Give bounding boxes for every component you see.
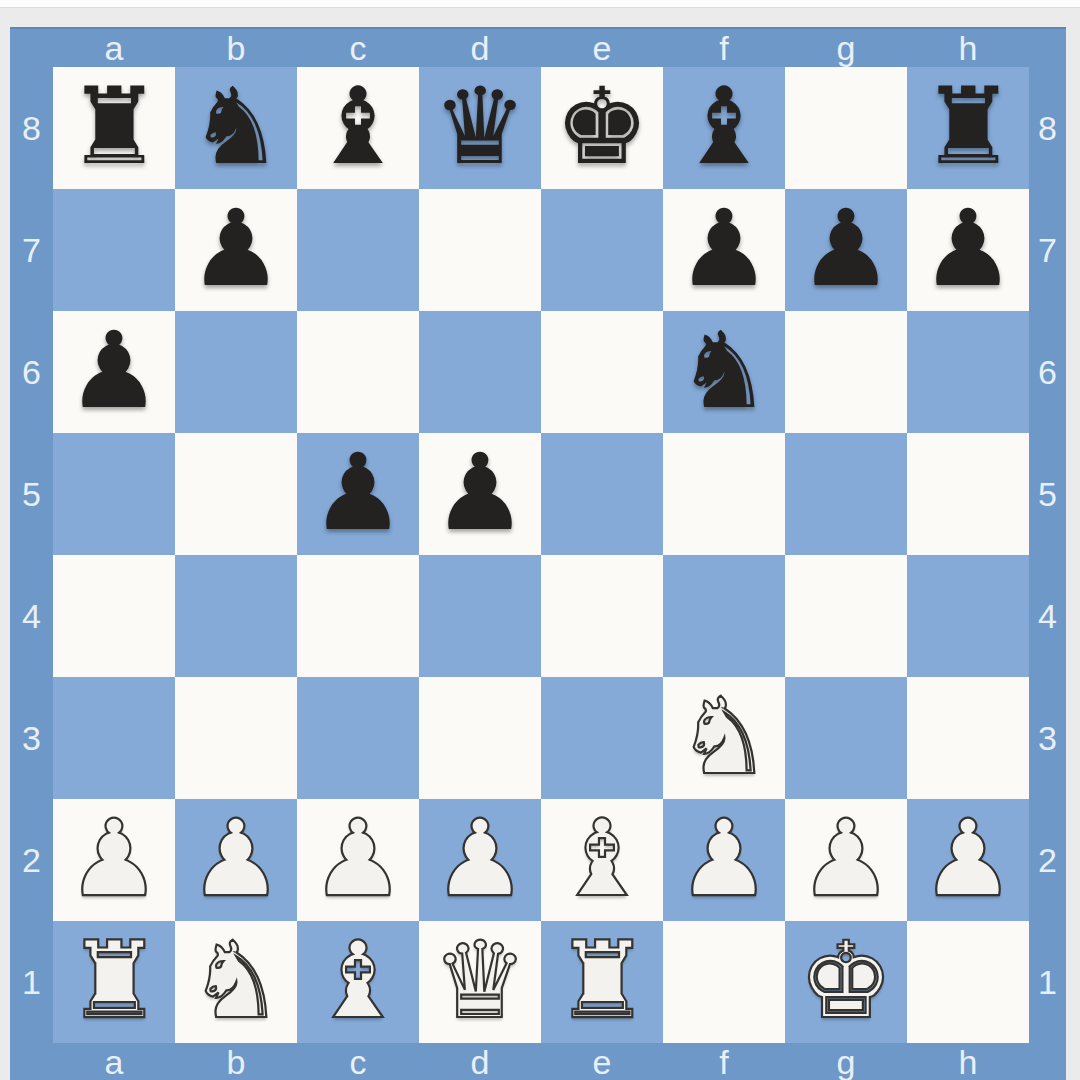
black-bishop[interactable]: ♝ [663, 67, 785, 189]
white-queen[interactable]: ♛ [419, 921, 541, 1043]
black-pawn[interactable]: ♟ [663, 189, 785, 311]
square-e8[interactable]: ♚ [541, 67, 663, 189]
square-h3[interactable] [907, 677, 1029, 799]
square-b4[interactable] [175, 555, 297, 677]
square-c6[interactable] [297, 311, 419, 433]
square-b7[interactable]: ♟ [175, 189, 297, 311]
black-pawn[interactable]: ♟ [53, 311, 175, 433]
black-rook[interactable]: ♜ [53, 67, 175, 189]
chess-board-frame: abcdefgh 87654321 ♜♞♝♛♚♝♜♟♟♟♟♟♞♟♟♞♟♟♟♟♝♟… [10, 27, 1066, 1080]
file-label-f: f [663, 1043, 785, 1080]
rank-label-7: 7 [10, 189, 53, 311]
square-g2[interactable]: ♟ [785, 799, 907, 921]
rank-label-7: 7 [1029, 189, 1066, 311]
white-rook[interactable]: ♜ [53, 921, 175, 1043]
file-label-a: a [53, 1043, 175, 1080]
rank-label-5: 5 [10, 433, 53, 555]
rank-label-4: 4 [1029, 555, 1066, 677]
rank-label-1: 1 [10, 921, 53, 1043]
square-a6[interactable]: ♟ [53, 311, 175, 433]
black-bishop[interactable]: ♝ [297, 67, 419, 189]
square-g3[interactable] [785, 677, 907, 799]
square-e2[interactable]: ♝ [541, 799, 663, 921]
file-labels-top: abcdefgh [53, 29, 1029, 67]
rank-label-6: 6 [10, 311, 53, 433]
file-label-b: b [175, 29, 297, 68]
white-bishop[interactable]: ♝ [297, 921, 419, 1043]
square-g5[interactable] [785, 433, 907, 555]
rank-labels-right: 87654321 [1029, 67, 1066, 1043]
square-f1[interactable] [663, 921, 785, 1043]
white-pawn[interactable]: ♟ [419, 799, 541, 921]
rank-label-8: 8 [10, 67, 53, 189]
square-e4[interactable] [541, 555, 663, 677]
top-strip [0, 0, 1080, 8]
black-king[interactable]: ♚ [541, 67, 663, 189]
file-label-h: h [907, 29, 1029, 68]
file-label-g: g [785, 1043, 907, 1080]
square-f5[interactable] [663, 433, 785, 555]
black-pawn[interactable]: ♟ [419, 433, 541, 555]
rank-label-2: 2 [10, 799, 53, 921]
square-d1[interactable]: ♛ [419, 921, 541, 1043]
rank-label-3: 3 [10, 677, 53, 799]
rank-label-4: 4 [10, 555, 53, 677]
rank-label-6: 6 [1029, 311, 1066, 433]
white-king[interactable]: ♚ [785, 921, 907, 1043]
file-label-g: g [785, 29, 907, 68]
black-pawn[interactable]: ♟ [175, 189, 297, 311]
black-queen[interactable]: ♛ [419, 67, 541, 189]
square-d2[interactable]: ♟ [419, 799, 541, 921]
white-pawn[interactable]: ♟ [297, 799, 419, 921]
square-e5[interactable] [541, 433, 663, 555]
square-g8[interactable] [785, 67, 907, 189]
square-h2[interactable]: ♟ [907, 799, 1029, 921]
rank-label-3: 3 [1029, 677, 1066, 799]
square-a7[interactable] [53, 189, 175, 311]
white-pawn[interactable]: ♟ [663, 799, 785, 921]
file-label-h: h [907, 1043, 1029, 1080]
file-label-d: d [419, 29, 541, 68]
square-c7[interactable] [297, 189, 419, 311]
square-d8[interactable]: ♛ [419, 67, 541, 189]
square-d5[interactable]: ♟ [419, 433, 541, 555]
white-rook[interactable]: ♜ [541, 921, 663, 1043]
file-label-e: e [541, 29, 663, 68]
square-a2[interactable]: ♟ [53, 799, 175, 921]
square-a5[interactable] [53, 433, 175, 555]
file-label-f: f [663, 29, 785, 68]
file-label-b: b [175, 1043, 297, 1080]
file-label-c: c [297, 29, 419, 68]
black-knight[interactable]: ♞ [663, 311, 785, 433]
white-pawn[interactable]: ♟ [907, 799, 1029, 921]
black-knight[interactable]: ♞ [175, 67, 297, 189]
square-b8[interactable]: ♞ [175, 67, 297, 189]
square-h8[interactable]: ♜ [907, 67, 1029, 189]
square-d4[interactable] [419, 555, 541, 677]
white-knight[interactable]: ♞ [663, 677, 785, 799]
square-d7[interactable] [419, 189, 541, 311]
square-f7[interactable]: ♟ [663, 189, 785, 311]
square-f4[interactable] [663, 555, 785, 677]
square-f6[interactable]: ♞ [663, 311, 785, 433]
square-b2[interactable]: ♟ [175, 799, 297, 921]
file-label-c: c [297, 1043, 419, 1080]
rank-label-8: 8 [1029, 67, 1066, 189]
square-e1[interactable]: ♜ [541, 921, 663, 1043]
white-pawn[interactable]: ♟ [175, 799, 297, 921]
square-c8[interactable]: ♝ [297, 67, 419, 189]
black-rook[interactable]: ♜ [907, 67, 1029, 189]
file-label-d: d [419, 1043, 541, 1080]
square-b1[interactable]: ♞ [175, 921, 297, 1043]
rank-labels-left: 87654321 [10, 67, 53, 1043]
file-labels-bottom: abcdefgh [53, 1043, 1029, 1080]
square-b5[interactable] [175, 433, 297, 555]
white-bishop[interactable]: ♝ [541, 799, 663, 921]
square-f2[interactable]: ♟ [663, 799, 785, 921]
rank-label-2: 2 [1029, 799, 1066, 921]
square-e3[interactable] [541, 677, 663, 799]
square-a4[interactable] [53, 555, 175, 677]
square-g1[interactable]: ♚ [785, 921, 907, 1043]
square-c1[interactable]: ♝ [297, 921, 419, 1043]
square-c2[interactable]: ♟ [297, 799, 419, 921]
square-g6[interactable] [785, 311, 907, 433]
square-c4[interactable] [297, 555, 419, 677]
square-a3[interactable] [53, 677, 175, 799]
black-pawn[interactable]: ♟ [297, 433, 419, 555]
square-f3[interactable]: ♞ [663, 677, 785, 799]
black-pawn[interactable]: ♟ [907, 189, 1029, 311]
square-a8[interactable]: ♜ [53, 67, 175, 189]
square-f8[interactable]: ♝ [663, 67, 785, 189]
white-pawn[interactable]: ♟ [53, 799, 175, 921]
square-h5[interactable] [907, 433, 1029, 555]
file-label-e: e [541, 1043, 663, 1080]
square-e7[interactable] [541, 189, 663, 311]
square-c3[interactable] [297, 677, 419, 799]
chess-board: ♜♞♝♛♚♝♜♟♟♟♟♟♞♟♟♞♟♟♟♟♝♟♟♟♜♞♝♛♜♚ [53, 67, 1029, 1043]
square-a1[interactable]: ♜ [53, 921, 175, 1043]
square-h6[interactable] [907, 311, 1029, 433]
file-label-a: a [53, 29, 175, 68]
square-g7[interactable]: ♟ [785, 189, 907, 311]
square-h7[interactable]: ♟ [907, 189, 1029, 311]
square-b6[interactable] [175, 311, 297, 433]
rank-label-5: 5 [1029, 433, 1066, 555]
rank-label-1: 1 [1029, 921, 1066, 1043]
square-c5[interactable]: ♟ [297, 433, 419, 555]
black-pawn[interactable]: ♟ [785, 189, 907, 311]
square-h1[interactable] [907, 921, 1029, 1043]
square-e6[interactable] [541, 311, 663, 433]
square-h4[interactable] [907, 555, 1029, 677]
square-d6[interactable] [419, 311, 541, 433]
square-g4[interactable] [785, 555, 907, 677]
white-pawn[interactable]: ♟ [785, 799, 907, 921]
square-d3[interactable] [419, 677, 541, 799]
white-knight[interactable]: ♞ [175, 921, 297, 1043]
square-b3[interactable] [175, 677, 297, 799]
